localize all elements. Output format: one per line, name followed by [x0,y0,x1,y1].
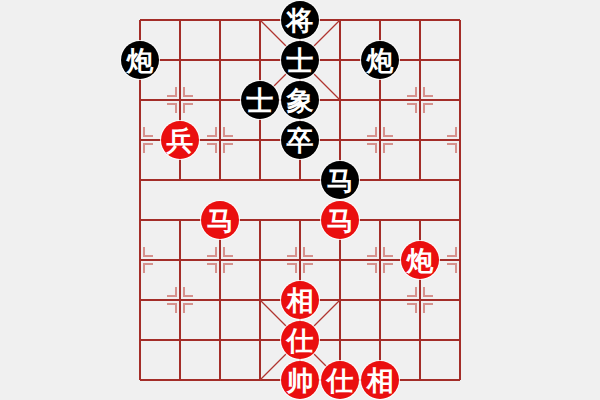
piece-black-cannon[interactable]: 炮 [361,41,399,79]
piece-red-general[interactable]: 帅 [281,361,319,399]
piece-black-horse[interactable]: 马 [321,161,359,199]
piece-black-advisor[interactable]: 士 [281,41,319,79]
xiangqi-board: 将炮士炮士象兵卒马马马炮相仕帅仕相 [120,0,480,400]
piece-red-horse[interactable]: 马 [321,201,359,239]
piece-black-advisor[interactable]: 士 [241,81,279,119]
piece-red-advisor[interactable]: 仕 [281,321,319,359]
piece-black-cannon[interactable]: 炮 [121,41,159,79]
piece-black-soldier[interactable]: 卒 [281,121,319,159]
app-background: 将炮士炮士象兵卒马马马炮相仕帅仕相 [0,0,600,400]
piece-grid: 将炮士炮士象兵卒马马马炮相仕帅仕相 [120,0,480,400]
piece-red-horse[interactable]: 马 [201,201,239,239]
piece-red-elephant[interactable]: 相 [281,281,319,319]
piece-black-elephant[interactable]: 象 [281,81,319,119]
piece-red-advisor[interactable]: 仕 [321,361,359,399]
piece-red-cannon[interactable]: 炮 [401,241,439,279]
piece-red-elephant[interactable]: 相 [361,361,399,399]
piece-black-general[interactable]: 将 [281,1,319,39]
piece-red-soldier[interactable]: 兵 [161,121,199,159]
